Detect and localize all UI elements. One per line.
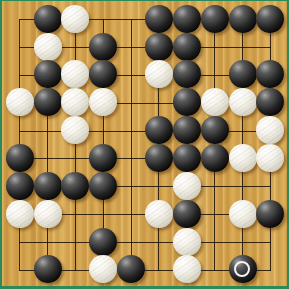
white-stone[interactable]: [173, 172, 201, 200]
white-stone[interactable]: [201, 88, 229, 116]
white-stone-texture: [6, 200, 34, 228]
black-stone[interactable]: [89, 172, 117, 200]
black-stone[interactable]: [229, 60, 257, 88]
white-stone-texture: [201, 88, 229, 116]
black-stone[interactable]: [145, 33, 173, 61]
last-move-marker: [234, 261, 250, 277]
white-stone[interactable]: [145, 200, 173, 228]
white-stone-texture: [229, 200, 257, 228]
white-stone[interactable]: [173, 228, 201, 256]
black-stone[interactable]: [173, 60, 201, 88]
white-stone-texture: [34, 33, 62, 61]
black-stone[interactable]: [34, 255, 62, 283]
black-stone[interactable]: [34, 5, 62, 33]
black-stone[interactable]: [145, 144, 173, 172]
white-stone-texture: [61, 5, 89, 33]
black-stone[interactable]: [34, 60, 62, 88]
black-stone[interactable]: [256, 200, 284, 228]
black-stone[interactable]: [173, 5, 201, 33]
white-stone-texture: [145, 200, 173, 228]
white-stone-texture: [173, 255, 201, 283]
black-stone[interactable]: [61, 172, 89, 200]
black-stone[interactable]: [6, 172, 34, 200]
white-stone[interactable]: [61, 5, 89, 33]
black-stone[interactable]: [89, 144, 117, 172]
black-stone[interactable]: [201, 144, 229, 172]
go-board-widget: [0, 0, 289, 289]
black-stone[interactable]: [229, 5, 257, 33]
black-stone[interactable]: [201, 5, 229, 33]
black-stone[interactable]: [173, 144, 201, 172]
white-stone-texture: [34, 200, 62, 228]
white-stone[interactable]: [6, 88, 34, 116]
white-stone[interactable]: [229, 88, 257, 116]
black-stone[interactable]: [89, 33, 117, 61]
white-stone-texture: [173, 172, 201, 200]
white-stone[interactable]: [173, 255, 201, 283]
vertical-grid-line: [131, 19, 132, 271]
black-stone[interactable]: [229, 255, 257, 283]
black-stone[interactable]: [89, 228, 117, 256]
black-stone[interactable]: [173, 88, 201, 116]
white-stone[interactable]: [34, 200, 62, 228]
white-stone-texture: [229, 144, 257, 172]
black-stone[interactable]: [34, 172, 62, 200]
white-stone[interactable]: [34, 33, 62, 61]
black-stone[interactable]: [173, 200, 201, 228]
black-stone[interactable]: [6, 144, 34, 172]
black-stone[interactable]: [145, 116, 173, 144]
white-stone-texture: [229, 88, 257, 116]
black-stone[interactable]: [34, 88, 62, 116]
white-stone[interactable]: [229, 144, 257, 172]
black-stone[interactable]: [173, 116, 201, 144]
horizontal-grid-line: [19, 242, 271, 243]
white-stone-texture: [6, 88, 34, 116]
black-stone[interactable]: [145, 5, 173, 33]
black-stone[interactable]: [173, 33, 201, 61]
black-stone[interactable]: [256, 5, 284, 33]
white-stone[interactable]: [229, 200, 257, 228]
white-stone-texture: [173, 228, 201, 256]
white-stone[interactable]: [6, 200, 34, 228]
black-stone[interactable]: [201, 116, 229, 144]
vertical-grid-line: [75, 19, 76, 271]
